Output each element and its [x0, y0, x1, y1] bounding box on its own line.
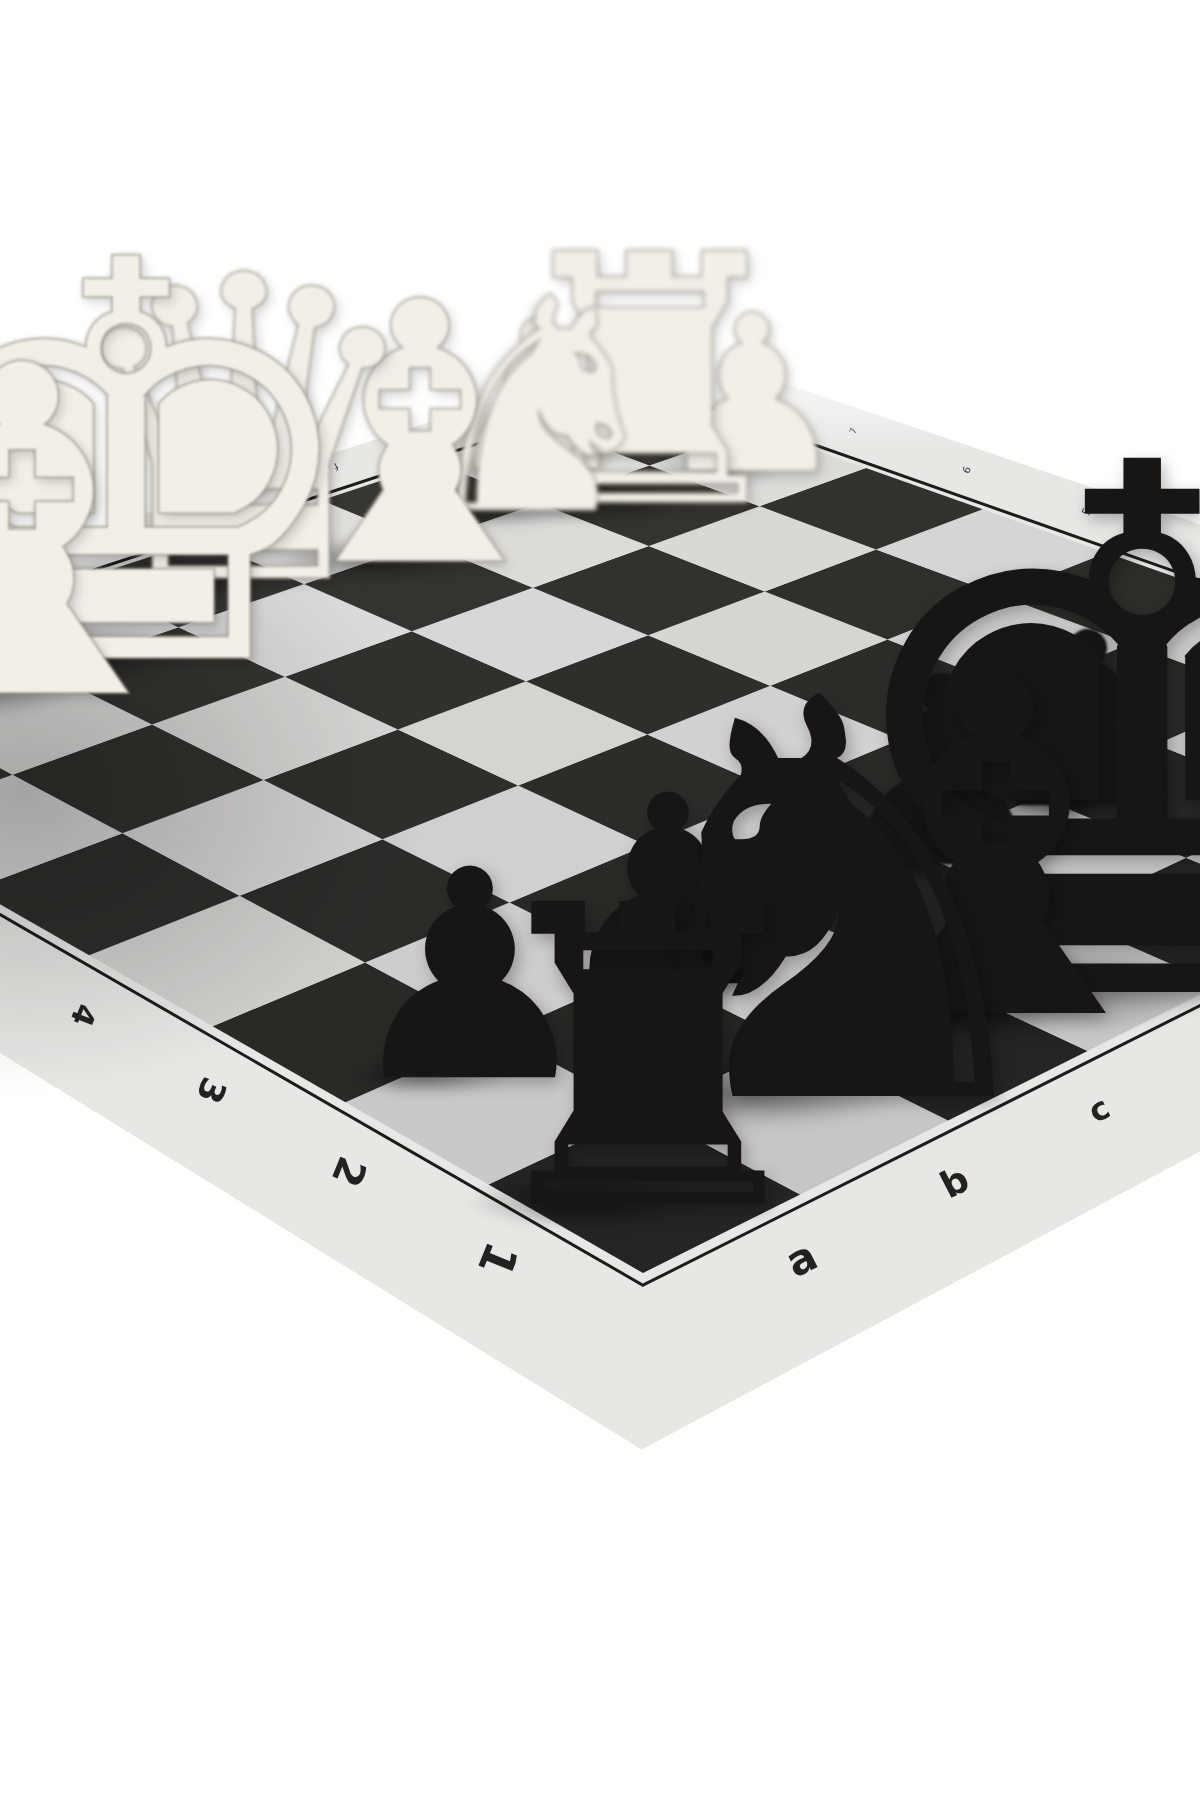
piece-white-bishop-b7: ♝ — [0, 308, 226, 763]
pieces-layer: ♟♟♜♞♝♛♚♝♟♟♟♚♝♟♞♜ — [0, 0, 1200, 1800]
piece-black-rook-a1: ♜ — [462, 853, 833, 1267]
chessboard-product-photo: 1a1a2b2b3c3c4d4d5e5e6f6f7g7g8h8h ♟♟♜♞♝♛♚… — [0, 0, 1200, 1800]
